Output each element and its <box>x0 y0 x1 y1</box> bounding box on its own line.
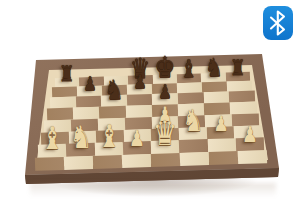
square-h1[interactable] <box>238 150 267 163</box>
square-f2[interactable] <box>179 139 208 152</box>
piece-black-knight-c6[interactable]: ♞ <box>104 76 123 103</box>
piece-white-pawn-d2[interactable]: ♟ <box>129 128 145 150</box>
square-b6[interactable] <box>75 96 101 108</box>
square-d6[interactable] <box>126 94 152 106</box>
square-d1[interactable] <box>122 154 151 167</box>
square-b1[interactable] <box>64 155 93 168</box>
square-f1[interactable] <box>180 152 209 165</box>
piece-black-bishop-f8[interactable]: ♝ <box>180 56 198 81</box>
square-b5[interactable] <box>73 107 100 119</box>
square-d5[interactable] <box>126 105 153 117</box>
piece-white-bishop-c2[interactable]: ♝ <box>98 121 120 152</box>
square-g2[interactable] <box>208 138 237 151</box>
piece-black-rook-h8[interactable]: ♜ <box>230 57 246 79</box>
square-g6[interactable] <box>203 91 229 103</box>
product-photo-canvas: ♜♛♚♝♞♜♟♟♞♟♟♞♟♝♞♝♟♛♟ <box>0 0 303 202</box>
square-c1[interactable] <box>93 154 122 167</box>
piece-black-knight-g8[interactable]: ♞ <box>205 55 223 80</box>
piece-white-pawn-h2[interactable]: ♟ <box>242 124 258 146</box>
piece-white-queen-e2[interactable]: ♛ <box>153 116 177 150</box>
square-a6[interactable] <box>50 97 76 109</box>
piece-white-knight-b2[interactable]: ♞ <box>69 122 91 153</box>
square-f6[interactable] <box>177 92 203 104</box>
piece-black-rook-a8[interactable]: ♜ <box>59 63 75 85</box>
piece-black-king-e8[interactable]: ♚ <box>154 53 175 82</box>
bluetooth-badge <box>263 6 293 40</box>
piece-white-knight-f3[interactable]: ♞ <box>182 106 204 136</box>
square-c5[interactable] <box>99 106 126 118</box>
square-h5[interactable] <box>230 102 257 114</box>
board-reflection <box>30 183 276 197</box>
square-e1[interactable] <box>151 153 180 166</box>
piece-black-pawn-b7[interactable]: ♟ <box>83 74 97 93</box>
piece-white-bishop-a2[interactable]: ♝ <box>41 123 63 154</box>
square-g1[interactable] <box>209 151 238 164</box>
piece-black-pawn-e6[interactable]: ♟ <box>158 82 172 101</box>
piece-black-pawn-d7[interactable]: ♟ <box>133 72 147 91</box>
piece-white-pawn-g3[interactable]: ♟ <box>213 114 228 135</box>
bluetooth-icon <box>267 10 289 36</box>
square-a1[interactable] <box>35 156 64 169</box>
square-h6[interactable] <box>229 91 255 103</box>
